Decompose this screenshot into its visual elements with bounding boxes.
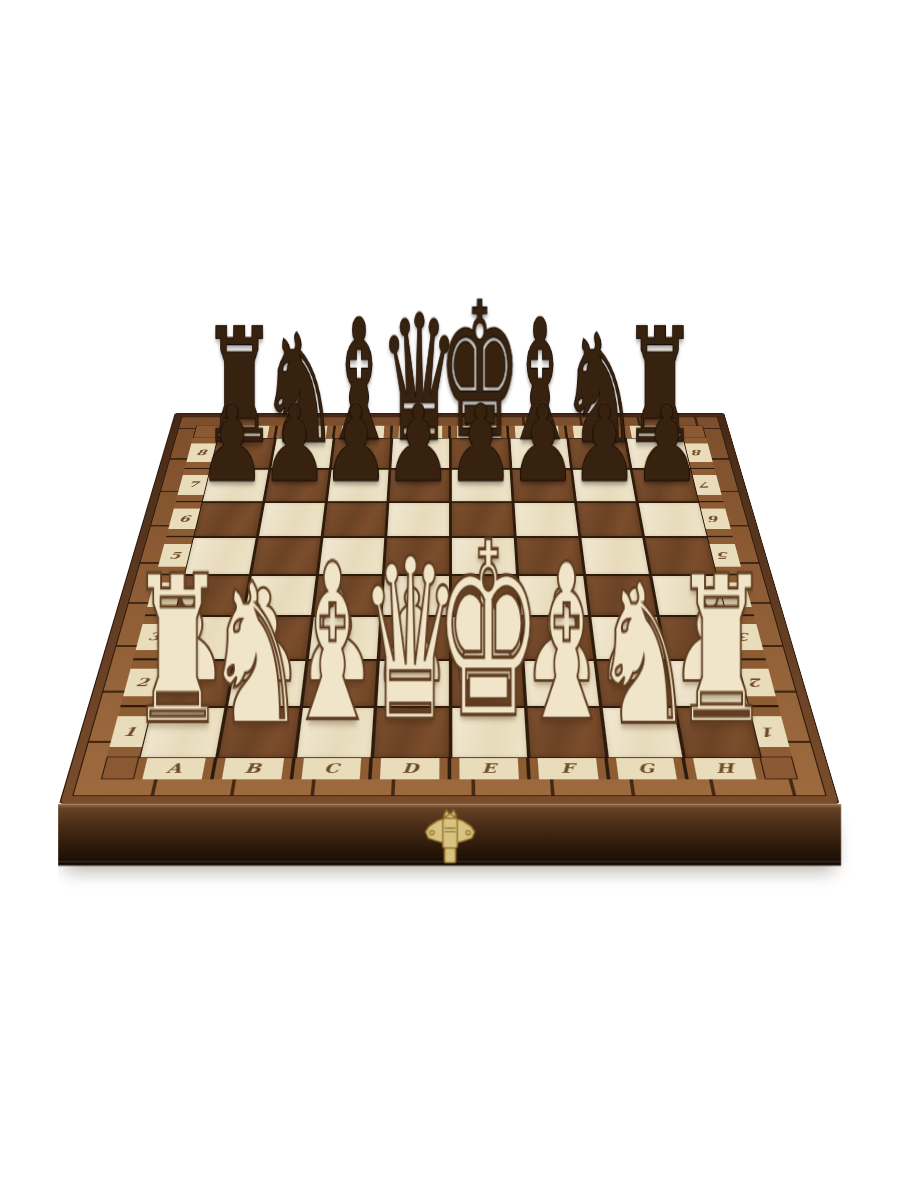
border-cell-back-e [451,426,507,438]
file-label-a: A [134,757,214,780]
border-cell-back-b [276,426,333,438]
ring-corner-top-right [679,426,707,438]
square-h6[interactable] [639,503,707,537]
square-e8[interactable] [452,439,510,469]
border-cell-back-h [624,426,682,438]
box-front-panel [58,804,841,866]
file-label-f: F [529,757,606,780]
ring-corner-bottom-right [759,757,798,780]
square-h7[interactable] [633,470,698,502]
file-label-e: E [451,757,527,780]
square-h8[interactable] [627,439,690,469]
brass-clasp-icon [420,808,478,878]
square-g7[interactable] [572,470,635,502]
file-label-h: H [685,757,765,780]
border-cell-back-g [566,426,623,438]
ring-corner-bottom-left [101,757,140,780]
border-cells-back [217,426,681,438]
file-label-b: B [213,757,292,780]
chess-board: ABCDEFGH 87654321 87654321 [59,413,840,804]
square-b7[interactable] [265,470,328,502]
square-d8[interactable] [392,439,450,469]
square-c8[interactable] [331,439,390,469]
file-label-d: D [372,757,448,780]
square-g8[interactable] [569,439,630,469]
square-c7[interactable] [327,470,388,502]
file-label-c: C [293,757,370,780]
border-cell-back-d [392,426,448,438]
square-b8[interactable] [271,439,332,469]
square-a7[interactable] [203,470,268,502]
border-cell-back-c [334,426,391,438]
border-cell-back-a [217,426,275,438]
file-label-g: G [607,757,686,780]
product-photo-scene: ABCDEFGH 87654321 87654321 [0,0,900,1200]
square-a6[interactable] [194,503,262,537]
square-f8[interactable] [510,439,569,469]
file-labels-front: ABCDEFGH [134,757,765,780]
ring-corner-top-left [193,426,221,438]
white-rook-h1[interactable]: ♜ [661,549,782,753]
square-a8[interactable] [211,439,274,469]
border-cell-back-f [508,426,565,438]
